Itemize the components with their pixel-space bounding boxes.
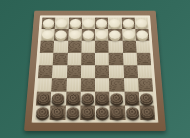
light-disc[interactable] xyxy=(109,31,121,39)
square-e5[interactable] xyxy=(95,53,109,66)
square-a4[interactable] xyxy=(38,65,53,78)
light-disc[interactable] xyxy=(96,31,107,39)
square-g5[interactable] xyxy=(123,53,137,66)
light-disc[interactable] xyxy=(136,19,148,27)
square-g1[interactable] xyxy=(125,106,141,120)
board xyxy=(24,11,166,131)
light-disc[interactable] xyxy=(43,19,55,27)
square-b8[interactable] xyxy=(55,18,69,29)
dark-disc[interactable] xyxy=(126,107,139,117)
square-g2[interactable] xyxy=(124,92,139,106)
dark-disc[interactable] xyxy=(140,94,153,104)
square-h8[interactable] xyxy=(134,18,148,29)
square-h6[interactable] xyxy=(136,41,150,53)
dark-disc[interactable] xyxy=(81,107,94,117)
square-d5[interactable] xyxy=(81,53,95,66)
square-b3[interactable] xyxy=(51,78,66,91)
dark-disc[interactable] xyxy=(96,107,109,117)
dark-disc[interactable] xyxy=(125,94,138,104)
light-disc[interactable] xyxy=(96,19,107,27)
dark-disc[interactable] xyxy=(81,94,93,104)
square-h7[interactable] xyxy=(135,29,149,41)
square-d2[interactable] xyxy=(80,92,95,106)
dark-disc[interactable] xyxy=(67,94,80,104)
dark-disc[interactable] xyxy=(66,107,79,117)
square-d7[interactable] xyxy=(81,29,95,41)
square-g7[interactable] xyxy=(122,29,136,41)
square-f2[interactable] xyxy=(110,92,125,106)
dark-disc[interactable] xyxy=(37,94,50,104)
light-disc[interactable] xyxy=(42,31,54,39)
light-disc[interactable] xyxy=(136,31,148,39)
square-d4[interactable] xyxy=(81,65,95,78)
dark-disc[interactable] xyxy=(36,107,49,117)
square-a7[interactable] xyxy=(41,29,55,41)
square-b7[interactable] xyxy=(54,29,68,41)
square-e7[interactable] xyxy=(95,29,109,41)
square-h1[interactable] xyxy=(139,106,155,120)
square-c3[interactable] xyxy=(66,78,81,91)
square-e6[interactable] xyxy=(95,41,109,53)
square-c6[interactable] xyxy=(67,41,81,53)
dark-disc[interactable] xyxy=(111,94,124,104)
square-b5[interactable] xyxy=(53,53,67,66)
dark-disc[interactable] xyxy=(96,94,108,104)
square-h4[interactable] xyxy=(137,65,152,78)
square-e4[interactable] xyxy=(95,65,109,78)
square-c5[interactable] xyxy=(67,53,81,66)
dark-disc[interactable] xyxy=(111,107,124,117)
light-disc[interactable] xyxy=(56,19,68,27)
square-b4[interactable] xyxy=(52,65,67,78)
light-disc[interactable] xyxy=(123,31,135,39)
photo-background xyxy=(0,0,190,138)
square-f8[interactable] xyxy=(108,18,122,29)
dark-disc[interactable] xyxy=(51,107,64,117)
square-a3[interactable] xyxy=(37,78,52,91)
dark-disc[interactable] xyxy=(52,94,65,104)
square-h2[interactable] xyxy=(139,92,155,106)
square-c1[interactable] xyxy=(65,106,80,120)
square-a6[interactable] xyxy=(40,41,54,53)
light-disc[interactable] xyxy=(109,19,120,27)
square-e8[interactable] xyxy=(95,18,108,29)
light-disc[interactable] xyxy=(69,31,81,39)
board-inner-border xyxy=(32,15,159,122)
square-h5[interactable] xyxy=(136,53,151,66)
square-g4[interactable] xyxy=(123,65,138,78)
square-d1[interactable] xyxy=(80,106,95,120)
square-a2[interactable] xyxy=(36,92,52,106)
square-f1[interactable] xyxy=(110,106,125,120)
square-e2[interactable] xyxy=(95,92,110,106)
square-d6[interactable] xyxy=(81,41,95,53)
dark-disc[interactable] xyxy=(141,107,154,117)
light-disc[interactable] xyxy=(122,19,134,27)
square-e1[interactable] xyxy=(95,106,110,120)
square-a1[interactable] xyxy=(35,106,51,120)
square-g3[interactable] xyxy=(124,78,139,91)
light-disc[interactable] xyxy=(69,19,80,27)
square-c2[interactable] xyxy=(65,92,80,106)
square-f7[interactable] xyxy=(108,29,122,41)
square-g8[interactable] xyxy=(121,18,135,29)
square-b6[interactable] xyxy=(54,41,68,53)
square-h3[interactable] xyxy=(138,78,153,91)
square-f5[interactable] xyxy=(109,53,123,66)
square-d3[interactable] xyxy=(80,78,95,91)
square-f6[interactable] xyxy=(109,41,123,53)
square-c7[interactable] xyxy=(68,29,82,41)
light-disc[interactable] xyxy=(83,19,94,27)
square-a8[interactable] xyxy=(42,18,56,29)
square-c8[interactable] xyxy=(68,18,82,29)
square-b2[interactable] xyxy=(51,92,66,106)
square-c4[interactable] xyxy=(66,65,81,78)
square-g6[interactable] xyxy=(122,41,136,53)
board-grid xyxy=(35,18,155,120)
light-disc[interactable] xyxy=(83,31,94,39)
light-disc[interactable] xyxy=(55,31,67,39)
square-e3[interactable] xyxy=(95,78,110,91)
square-f3[interactable] xyxy=(109,78,124,91)
square-d8[interactable] xyxy=(82,18,95,29)
square-a5[interactable] xyxy=(39,53,54,66)
square-b1[interactable] xyxy=(50,106,66,120)
square-f4[interactable] xyxy=(109,65,124,78)
